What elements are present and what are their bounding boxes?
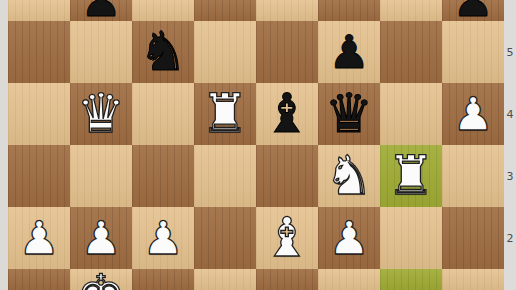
square-d2[interactable] bbox=[194, 207, 256, 269]
black-pawn-f5[interactable]: ♟ bbox=[328, 29, 369, 75]
square-c1[interactable] bbox=[132, 269, 194, 290]
square-h2[interactable] bbox=[442, 207, 504, 269]
square-g4[interactable] bbox=[380, 83, 442, 145]
square-g5[interactable] bbox=[380, 21, 442, 83]
square-c2[interactable]: ♟ bbox=[132, 207, 194, 269]
rank-label-cell-6 bbox=[504, 0, 516, 21]
square-d5[interactable] bbox=[194, 21, 256, 83]
white-pawn-b2[interactable]: ♟ bbox=[80, 215, 121, 261]
square-c6[interactable] bbox=[132, 0, 194, 21]
white-bishop-e2[interactable]: ♝ bbox=[263, 211, 311, 265]
white-king-b1[interactable]: ♚ bbox=[77, 269, 125, 290]
white-queen-b4[interactable]: ♛ bbox=[77, 87, 125, 141]
square-h1[interactable] bbox=[442, 269, 504, 290]
square-a6[interactable] bbox=[8, 0, 70, 21]
square-a4[interactable] bbox=[8, 83, 70, 145]
square-a2[interactable]: ♟ bbox=[8, 207, 70, 269]
square-b2[interactable]: ♟ bbox=[70, 207, 132, 269]
square-h4[interactable]: ♟ bbox=[442, 83, 504, 145]
rank-label-4: 4 bbox=[507, 108, 514, 121]
square-d1[interactable] bbox=[194, 269, 256, 290]
black-pawn-b6[interactable]: ♟ bbox=[80, 0, 121, 21]
square-e1[interactable] bbox=[256, 269, 318, 290]
square-e2[interactable]: ♝ bbox=[256, 207, 318, 269]
rank-label-cell-2: 2 bbox=[504, 207, 516, 269]
rank-label-5: 5 bbox=[507, 46, 514, 59]
square-f6[interactable] bbox=[318, 0, 380, 21]
white-rook-d4[interactable]: ♜ bbox=[201, 87, 249, 141]
white-pawn-a2[interactable]: ♟ bbox=[18, 215, 59, 261]
rank-label-2: 2 bbox=[507, 232, 514, 245]
square-f1[interactable] bbox=[318, 269, 380, 290]
square-c5[interactable]: ♞ bbox=[132, 21, 194, 83]
square-f2[interactable]: ♟ bbox=[318, 207, 380, 269]
square-f4[interactable]: ♛ bbox=[318, 83, 380, 145]
rank-label-cell-4: 4 bbox=[504, 83, 516, 145]
white-knight-f3[interactable]: ♞ bbox=[325, 149, 373, 203]
rank-label-3: 3 bbox=[507, 170, 514, 183]
square-a1[interactable] bbox=[8, 269, 70, 290]
square-h5[interactable] bbox=[442, 21, 504, 83]
square-f5[interactable]: ♟ bbox=[318, 21, 380, 83]
square-g1[interactable] bbox=[380, 269, 442, 290]
square-b3[interactable] bbox=[70, 145, 132, 207]
square-h6[interactable]: ♟ bbox=[442, 0, 504, 21]
white-pawn-h4[interactable]: ♟ bbox=[452, 91, 493, 137]
square-d4[interactable]: ♜ bbox=[194, 83, 256, 145]
square-a3[interactable] bbox=[8, 145, 70, 207]
rank-label-cell-1 bbox=[504, 269, 516, 290]
square-b6[interactable]: ♟ bbox=[70, 0, 132, 21]
square-e3[interactable] bbox=[256, 145, 318, 207]
square-e5[interactable] bbox=[256, 21, 318, 83]
white-rook-g3[interactable]: ♜ bbox=[387, 149, 435, 203]
rank-coordinates-strip: 5432 bbox=[504, 0, 516, 290]
white-pawn-c2[interactable]: ♟ bbox=[142, 215, 183, 261]
black-queen-f4[interactable]: ♛ bbox=[325, 87, 373, 141]
square-a5[interactable] bbox=[8, 21, 70, 83]
square-b1[interactable]: ♚ bbox=[70, 269, 132, 290]
chess-board-viewport: ♟♟♞♟♛♜♝♛♟♞♜♟♟♟♝♟♚ 5432 bbox=[0, 0, 516, 290]
black-pawn-h6[interactable]: ♟ bbox=[452, 0, 493, 21]
square-e4[interactable]: ♝ bbox=[256, 83, 318, 145]
square-e6[interactable] bbox=[256, 0, 318, 21]
square-b5[interactable] bbox=[70, 21, 132, 83]
square-f3[interactable]: ♞ bbox=[318, 145, 380, 207]
square-d3[interactable] bbox=[194, 145, 256, 207]
rank-label-cell-3: 3 bbox=[504, 145, 516, 207]
square-b4[interactable]: ♛ bbox=[70, 83, 132, 145]
white-pawn-f2[interactable]: ♟ bbox=[328, 215, 369, 261]
square-g3[interactable]: ♜ bbox=[380, 145, 442, 207]
chess-board[interactable]: ♟♟♞♟♛♜♝♛♟♞♜♟♟♟♝♟♚ bbox=[8, 0, 504, 290]
black-knight-c5[interactable]: ♞ bbox=[139, 25, 187, 79]
rank-label-cell-5: 5 bbox=[504, 21, 516, 83]
square-c3[interactable] bbox=[132, 145, 194, 207]
square-h3[interactable] bbox=[442, 145, 504, 207]
square-g6[interactable] bbox=[380, 0, 442, 21]
square-d6[interactable] bbox=[194, 0, 256, 21]
square-c4[interactable] bbox=[132, 83, 194, 145]
board-left-margin-strip bbox=[0, 0, 8, 290]
black-bishop-e4[interactable]: ♝ bbox=[263, 87, 311, 141]
square-g2[interactable] bbox=[380, 207, 442, 269]
